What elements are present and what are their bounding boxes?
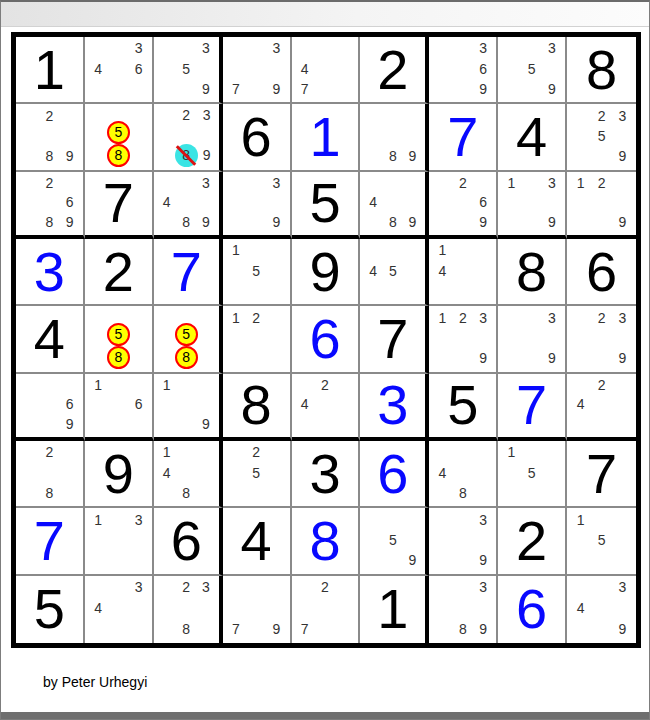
cell-r2c4[interactable]: 6 — [223, 104, 292, 171]
cell-r5c4[interactable]: 12 — [223, 306, 292, 373]
candidate-1: 1 — [226, 307, 246, 327]
cell-r8c8[interactable]: 2 — [498, 508, 567, 575]
candidate-1: 1 — [88, 375, 108, 395]
big-digit: 5 — [16, 576, 83, 643]
candidate-9: 9 — [60, 414, 80, 434]
candidate-3: 3 — [612, 105, 633, 125]
cell-r4c8[interactable]: 8 — [498, 239, 567, 306]
highlight-circle: 5 — [107, 323, 130, 346]
cell-r6c6[interactable]: 3 — [360, 374, 429, 441]
cell-r7c5[interactable]: 3 — [292, 441, 361, 508]
big-digit: 6 — [498, 576, 565, 643]
candidate-1: 1 — [157, 375, 177, 395]
candidate-8: 8 — [453, 483, 473, 503]
candidates: 239 — [570, 307, 633, 368]
candidate-3: 3 — [196, 173, 216, 193]
cell-r9c8[interactable]: 6 — [498, 576, 567, 643]
highlight-circle: 5 — [175, 323, 198, 346]
candidates: 13 — [88, 509, 149, 570]
big-digit: 8 — [292, 508, 359, 573]
cell-r9c7[interactable]: 389 — [429, 576, 498, 643]
cell-r2c7[interactable]: 7 — [429, 104, 498, 171]
candidate-2: 2 — [246, 307, 266, 327]
candidate-3: 3 — [198, 105, 216, 124]
cell-r1c3[interactable]: 359 — [154, 37, 223, 104]
candidate-3: 3 — [128, 577, 148, 598]
candidates: 2689 — [19, 173, 80, 232]
candidate-2: 2 — [39, 442, 59, 462]
candidates: 69 — [19, 375, 80, 434]
candidate-4: 4 — [363, 260, 383, 280]
candidate-9: 9 — [612, 348, 633, 368]
candidate-1: 1 — [432, 307, 452, 327]
cell-r5c3[interactable]: 58 — [154, 306, 223, 373]
big-digit: 7 — [85, 172, 152, 235]
cell-r9c5[interactable]: 27 — [292, 576, 361, 643]
big-digit: 9 — [85, 441, 152, 506]
candidate-9: 9 — [403, 146, 423, 166]
big-digit: 2 — [85, 239, 152, 304]
cell-r9c9[interactable]: 349 — [567, 576, 636, 643]
candidate-1: 1 — [501, 173, 521, 193]
candidate-4: 4 — [295, 58, 315, 78]
candidate-9: 9 — [542, 212, 562, 232]
cell-r4c6[interactable]: 45 — [360, 239, 429, 306]
candidates: 79 — [226, 577, 287, 640]
candidate-3: 3 — [612, 307, 633, 327]
cell-r5c1[interactable]: 4 — [16, 306, 85, 373]
cell-r7c8[interactable]: 15 — [498, 441, 567, 508]
cell-r6c2[interactable]: 16 — [85, 374, 154, 441]
cell-r4c5[interactable]: 9 — [292, 239, 361, 306]
candidate-9: 9 — [403, 212, 423, 232]
big-digit: 5 — [292, 172, 359, 235]
candidate-5: 5 — [383, 260, 403, 280]
cell-r7c9[interactable]: 7 — [567, 441, 636, 508]
bottom-bar — [1, 712, 649, 719]
candidate-3: 3 — [542, 173, 562, 193]
candidate-4: 4 — [157, 462, 177, 482]
candidate-9: 9 — [60, 212, 80, 232]
candidate-7: 7 — [226, 619, 246, 640]
candidate-2: 2 — [315, 577, 335, 598]
candidates: 3489 — [157, 173, 216, 232]
candidates: 89 — [363, 105, 422, 166]
candidate-3: 3 — [473, 38, 493, 58]
candidate-8: 8 — [39, 212, 59, 232]
cell-r6c9[interactable]: 24 — [567, 374, 636, 441]
candidate-5: 5 — [591, 126, 612, 146]
candidate-4: 4 — [88, 598, 108, 619]
cell-r1c8[interactable]: 359 — [498, 37, 567, 104]
cell-r8c5[interactable]: 8 — [292, 508, 361, 575]
cell-r5c8[interactable]: 39 — [498, 306, 567, 373]
candidate-8: 8 — [175, 144, 198, 167]
highlight-circle: 8 — [107, 144, 130, 167]
big-digit: 7 — [154, 239, 219, 304]
candidates: 2359 — [570, 105, 633, 166]
big-digit: 7 — [360, 306, 425, 371]
candidate-9: 9 — [266, 619, 286, 640]
big-digit: 1 — [360, 576, 425, 643]
candidate-3: 3 — [196, 577, 216, 598]
title-bar — [1, 2, 649, 27]
cell-r6c4[interactable]: 8 — [223, 374, 292, 441]
cell-r7c1[interactable]: 28 — [16, 441, 85, 508]
cell-r6c8[interactable]: 7 — [498, 374, 567, 441]
big-digit: 8 — [498, 239, 565, 304]
candidate-1: 1 — [88, 509, 108, 529]
candidate-3: 3 — [542, 307, 562, 327]
cell-r3c7[interactable]: 269 — [429, 172, 498, 239]
candidates: 1239 — [432, 307, 493, 368]
cell-r3c4[interactable]: 39 — [223, 172, 292, 239]
candidates: 15 — [226, 240, 287, 301]
cell-r6c7[interactable]: 5 — [429, 374, 498, 441]
big-digit: 3 — [16, 239, 83, 304]
candidate-8: 8 — [453, 619, 473, 640]
candidates: 16 — [88, 375, 149, 434]
candidate-3: 3 — [473, 307, 493, 327]
candidate-6: 6 — [128, 394, 148, 414]
cell-r5c9[interactable]: 239 — [567, 306, 636, 373]
cell-r6c5[interactable]: 24 — [292, 374, 361, 441]
candidate-2: 2 — [453, 173, 473, 193]
candidates: 238 — [157, 577, 216, 640]
candidate-3: 3 — [196, 38, 216, 58]
candidates: 58 — [88, 105, 149, 166]
big-digit: 4 — [16, 306, 83, 371]
candidate-8: 8 — [176, 619, 196, 640]
big-digit: 7 — [498, 374, 565, 437]
big-digit: 9 — [292, 239, 359, 304]
candidates: 129 — [570, 173, 633, 232]
big-digit: 1 — [16, 37, 83, 102]
cell-r3c3[interactable]: 3489 — [154, 172, 223, 239]
candidates: 34 — [88, 577, 149, 640]
cell-r8c1[interactable]: 7 — [16, 508, 85, 575]
candidates: 25 — [226, 442, 287, 503]
big-digit: 2 — [360, 37, 425, 102]
candidate-1: 1 — [501, 442, 521, 462]
big-digit: 6 — [223, 104, 290, 169]
cell-r8c9[interactable]: 15 — [567, 508, 636, 575]
cell-r2c3[interactable]: 2389 — [154, 104, 223, 171]
elimination-slash-icon — [176, 145, 197, 166]
candidate-5: 5 — [246, 462, 266, 482]
cell-r5c2[interactable]: 58 — [85, 306, 154, 373]
candidates: 24 — [295, 375, 356, 434]
candidates: 139 — [501, 173, 562, 232]
candidate-9: 9 — [473, 550, 493, 570]
cell-r4c1[interactable]: 3 — [16, 239, 85, 306]
cell-r7c6[interactable]: 6 — [360, 441, 429, 508]
cell-r7c2[interactable]: 9 — [85, 441, 154, 508]
candidate-5: 5 — [383, 530, 403, 550]
candidate-9: 9 — [196, 212, 216, 232]
candidate-9: 9 — [612, 146, 633, 166]
cell-r9c3[interactable]: 238 — [154, 576, 223, 643]
candidates: 346 — [88, 38, 149, 99]
candidate-3: 3 — [473, 577, 493, 598]
candidates: 369 — [432, 38, 493, 99]
candidate-5: 5 — [107, 121, 130, 144]
candidate-9: 9 — [612, 619, 633, 640]
candidate-4: 4 — [570, 598, 591, 619]
cell-r2c1[interactable]: 289 — [16, 104, 85, 171]
big-digit: 2 — [498, 508, 565, 573]
cell-r6c1[interactable]: 69 — [16, 374, 85, 441]
candidates: 39 — [226, 173, 287, 232]
candidate-2: 2 — [175, 105, 198, 124]
candidates: 19 — [157, 375, 216, 434]
cell-r2c2[interactable]: 58 — [85, 104, 154, 171]
cell-r8c2[interactable]: 13 — [85, 508, 154, 575]
cell-r1c1[interactable]: 1 — [16, 37, 85, 104]
cell-r4c7[interactable]: 14 — [429, 239, 498, 306]
cell-r2c6[interactable]: 89 — [360, 104, 429, 171]
candidates: 289 — [19, 105, 80, 166]
candidate-3: 3 — [266, 173, 286, 193]
cell-r1c6[interactable]: 2 — [360, 37, 429, 104]
candidate-9: 9 — [542, 348, 562, 368]
cell-r4c2[interactable]: 2 — [85, 239, 154, 306]
candidates: 359 — [157, 38, 216, 99]
candidate-5: 5 — [176, 58, 196, 78]
candidates: 45 — [363, 240, 422, 301]
candidates: 2389 — [157, 105, 216, 166]
candidates: 14 — [432, 240, 493, 301]
candidates: 59 — [363, 509, 422, 570]
candidate-9: 9 — [473, 619, 493, 640]
cell-r5c6[interactable]: 7 — [360, 306, 429, 373]
candidates: 15 — [501, 442, 562, 503]
cell-r3c1[interactable]: 2689 — [16, 172, 85, 239]
big-digit: 7 — [16, 508, 83, 573]
big-digit: 3 — [292, 441, 359, 506]
candidate-4: 4 — [88, 58, 108, 78]
candidate-6: 6 — [128, 58, 148, 78]
candidate-2: 2 — [39, 105, 59, 125]
candidates: 379 — [226, 38, 287, 99]
candidate-3: 3 — [128, 38, 148, 58]
candidates: 27 — [295, 577, 356, 640]
cell-r2c5[interactable]: 1 — [292, 104, 361, 171]
candidate-3: 3 — [542, 38, 562, 58]
candidate-1: 1 — [432, 240, 452, 260]
cell-r7c4[interactable]: 25 — [223, 441, 292, 508]
candidate-9: 9 — [403, 550, 423, 570]
candidate-5: 5 — [107, 323, 130, 346]
candidate-2: 2 — [39, 173, 59, 193]
candidate-5: 5 — [591, 530, 612, 550]
big-digit: 8 — [567, 37, 636, 102]
candidate-6: 6 — [473, 58, 493, 78]
candidate-8: 8 — [39, 483, 59, 503]
candidate-8: 8 — [39, 146, 59, 166]
candidate-8: 8 — [176, 483, 196, 503]
candidates: 39 — [501, 307, 562, 368]
candidates: 148 — [157, 442, 216, 503]
cell-r4c3[interactable]: 7 — [154, 239, 223, 306]
candidates: 269 — [432, 173, 493, 232]
candidate-9: 9 — [198, 144, 216, 167]
big-digit: 6 — [567, 239, 636, 304]
candidate-1: 1 — [157, 442, 177, 462]
candidate-5: 5 — [522, 462, 542, 482]
candidate-2: 2 — [591, 307, 612, 327]
candidate-3: 3 — [266, 38, 286, 58]
candidate-9: 9 — [612, 212, 633, 232]
big-digit: 7 — [429, 104, 496, 169]
candidates: 489 — [363, 173, 422, 232]
candidate-9: 9 — [196, 414, 216, 434]
candidate-3: 3 — [612, 577, 633, 598]
sudoku-board: 1346359379472369359828958238961897423592… — [11, 32, 641, 648]
candidate-9: 9 — [473, 348, 493, 368]
candidate-8: 8 — [383, 146, 403, 166]
cell-r1c5[interactable]: 47 — [292, 37, 361, 104]
candidate-9: 9 — [266, 79, 286, 99]
big-digit: 6 — [154, 508, 219, 573]
cell-r9c6[interactable]: 1 — [360, 576, 429, 643]
highlight-circle: 8 — [175, 346, 198, 369]
cell-r5c7[interactable]: 1239 — [429, 306, 498, 373]
candidate-2: 2 — [315, 375, 335, 395]
candidates: 15 — [570, 509, 633, 570]
big-digit: 6 — [292, 306, 359, 371]
candidate-2: 2 — [176, 577, 196, 598]
candidates: 48 — [432, 442, 493, 503]
candidates: 47 — [295, 38, 356, 99]
cell-r3c2[interactable]: 7 — [85, 172, 154, 239]
cell-r3c8[interactable]: 139 — [498, 172, 567, 239]
cell-r4c4[interactable]: 15 — [223, 239, 292, 306]
big-digit: 1 — [292, 104, 359, 169]
big-digit: 4 — [498, 104, 565, 169]
cell-r8c3[interactable]: 6 — [154, 508, 223, 575]
big-digit: 3 — [360, 374, 425, 437]
candidate-2: 2 — [591, 105, 612, 125]
candidate-4: 4 — [363, 192, 383, 212]
candidate-8: 8 — [107, 144, 130, 167]
candidate-9: 9 — [542, 79, 562, 99]
candidate-1: 1 — [226, 240, 246, 260]
candidates: 12 — [226, 307, 287, 368]
candidate-2: 2 — [591, 173, 612, 193]
candidate-3: 3 — [128, 509, 148, 529]
candidate-9: 9 — [473, 79, 493, 99]
cell-r8c7[interactable]: 39 — [429, 508, 498, 575]
candidate-4: 4 — [295, 394, 315, 414]
cell-r8c4[interactable]: 4 — [223, 508, 292, 575]
cell-r4c9[interactable]: 6 — [567, 239, 636, 306]
candidate-4: 4 — [157, 192, 177, 212]
cell-r3c5[interactable]: 5 — [292, 172, 361, 239]
cell-r3c6[interactable]: 489 — [360, 172, 429, 239]
candidate-6: 6 — [60, 394, 80, 414]
candidate-7: 7 — [295, 619, 315, 640]
candidates: 28 — [19, 442, 80, 503]
eliminated-candidate: 8 — [175, 144, 198, 167]
cell-r7c3[interactable]: 148 — [154, 441, 223, 508]
candidate-3: 3 — [473, 509, 493, 529]
big-digit: 6 — [360, 441, 425, 506]
candidate-9: 9 — [60, 146, 80, 166]
big-digit: 5 — [429, 374, 496, 437]
candidate-8: 8 — [175, 346, 198, 369]
candidate-4: 4 — [432, 462, 452, 482]
candidate-8: 8 — [176, 212, 196, 232]
big-digit: 7 — [567, 441, 636, 506]
candidate-1: 1 — [570, 509, 591, 529]
cell-r7c7[interactable]: 48 — [429, 441, 498, 508]
candidate-8: 8 — [383, 212, 403, 232]
highlight-circle: 8 — [107, 346, 130, 369]
candidate-6: 6 — [60, 192, 80, 212]
cell-r6c3[interactable]: 19 — [154, 374, 223, 441]
candidates: 389 — [432, 577, 493, 640]
cell-r2c8[interactable]: 4 — [498, 104, 567, 171]
candidate-4: 4 — [432, 260, 452, 280]
candidates: 24 — [570, 375, 633, 434]
cell-r9c1[interactable]: 5 — [16, 576, 85, 643]
candidate-4: 4 — [570, 394, 591, 414]
cell-r5c5[interactable]: 6 — [292, 306, 361, 373]
candidate-5: 5 — [175, 323, 198, 346]
cell-r9c2[interactable]: 34 — [85, 576, 154, 643]
candidates: 58 — [157, 307, 216, 368]
candidate-5: 5 — [522, 58, 542, 78]
candidate-9: 9 — [266, 212, 286, 232]
credit-text: by Peter Urhegyi — [43, 674, 147, 690]
candidates: 349 — [570, 577, 633, 640]
candidates: 359 — [501, 38, 562, 99]
cell-r3c9[interactable]: 129 — [567, 172, 636, 239]
app-window: 1346359379472369359828958238961897423592… — [0, 0, 650, 720]
candidates: 58 — [88, 307, 149, 368]
candidate-8: 8 — [107, 346, 130, 369]
candidate-9: 9 — [196, 79, 216, 99]
cell-r1c4[interactable]: 379 — [223, 37, 292, 104]
candidate-7: 7 — [295, 79, 315, 99]
candidate-7: 7 — [226, 79, 246, 99]
candidate-2: 2 — [453, 307, 473, 327]
candidate-2: 2 — [591, 375, 612, 395]
candidate-6: 6 — [473, 192, 493, 212]
cell-r1c7[interactable]: 369 — [429, 37, 498, 104]
cell-r9c4[interactable]: 79 — [223, 576, 292, 643]
big-digit: 4 — [223, 508, 290, 573]
big-digit: 8 — [223, 374, 290, 437]
candidate-5: 5 — [246, 260, 266, 280]
candidate-9: 9 — [473, 212, 493, 232]
highlight-circle: 5 — [107, 121, 130, 144]
cell-r1c2[interactable]: 346 — [85, 37, 154, 104]
candidate-1: 1 — [570, 173, 591, 193]
cell-r8c6[interactable]: 59 — [360, 508, 429, 575]
cell-r2c9[interactable]: 2359 — [567, 104, 636, 171]
cell-r1c9[interactable]: 8 — [567, 37, 636, 104]
candidate-2: 2 — [246, 442, 266, 462]
candidates: 39 — [432, 509, 493, 570]
